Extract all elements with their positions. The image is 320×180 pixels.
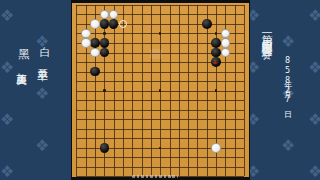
bottom-watermark	[132, 175, 178, 179]
grid-line-horizontal	[76, 129, 244, 130]
circle-annotation-marker	[119, 20, 128, 29]
star-point	[103, 32, 106, 35]
white-stone	[81, 29, 91, 39]
black-stone	[109, 19, 119, 29]
event-title: 第一届中日围棋擂台赛	[258, 26, 273, 40]
grid-line-vertical	[197, 5, 198, 177]
left-info-panel: 黑 加藤正夫 白 聂卫平	[0, 0, 71, 180]
center-watermark	[150, 49, 162, 59]
white-player-name: 聂卫平	[36, 60, 50, 65]
white-stone	[221, 29, 231, 39]
black-stone	[211, 48, 221, 58]
white-stone	[90, 19, 100, 29]
grid-line-vertical	[170, 5, 171, 177]
white-stone	[221, 38, 231, 48]
grid-line-vertical	[179, 5, 180, 177]
event-date: 85年8月27日	[281, 56, 292, 105]
white-stone	[81, 38, 91, 48]
last-move-triangle-marker	[213, 60, 217, 64]
black-stone	[100, 48, 110, 58]
black-player-name: 加藤正夫	[15, 64, 29, 68]
white-stone	[109, 10, 119, 20]
grid-line-vertical	[235, 5, 236, 177]
white-stone	[90, 48, 100, 58]
white-stone	[211, 143, 221, 153]
grid-line-horizontal	[76, 138, 244, 139]
grid-line-vertical	[244, 5, 245, 177]
grid-line-horizontal	[76, 167, 244, 168]
white-stone	[221, 48, 231, 58]
go-board	[72, 3, 249, 177]
white-stone	[100, 10, 110, 20]
black-stone	[211, 38, 221, 48]
grid-line-horizontal	[76, 100, 244, 101]
board-area	[71, 0, 250, 180]
black-stone	[100, 19, 110, 29]
black-stone	[90, 38, 100, 48]
black-stone	[100, 143, 110, 153]
black-stone	[90, 67, 100, 77]
grid-line-horizontal	[76, 119, 244, 120]
grid-line-vertical	[207, 5, 208, 177]
black-stone	[202, 19, 212, 29]
grid-line-horizontal	[76, 157, 244, 158]
star-point	[103, 89, 106, 92]
grid-line-vertical	[188, 5, 189, 177]
black-stone	[100, 38, 110, 48]
tv-frame: ❖❖❖❖❖❖❖❖❖❖❖❖❖❖❖❖❖❖ 黑 加藤正夫 白 聂卫平 第一届中日围棋擂…	[0, 0, 320, 180]
grid-line-horizontal	[76, 110, 244, 111]
